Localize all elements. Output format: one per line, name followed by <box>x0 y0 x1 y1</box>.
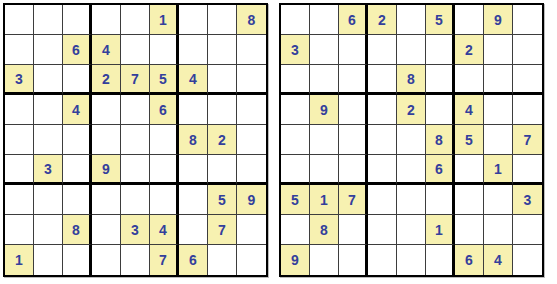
cell-r8c7[interactable] <box>455 215 484 245</box>
cell-r5c2[interactable] <box>34 125 63 155</box>
cell-r2c8[interactable] <box>208 35 237 65</box>
cell-r4c5[interactable] <box>121 95 150 125</box>
cell-r7c2[interactable] <box>34 185 63 215</box>
sudoku-board-left: 186432754468239598347176 <box>3 3 268 277</box>
given-digit-r8c6: 4 <box>150 215 179 245</box>
cell-r3c3[interactable] <box>63 65 92 95</box>
cell-r5c5[interactable] <box>121 125 150 155</box>
cell-r7c1[interactable] <box>5 185 34 215</box>
cell-r1c7[interactable] <box>179 5 208 35</box>
cell-r3c9[interactable] <box>237 65 266 95</box>
cell-r5c6[interactable] <box>150 125 179 155</box>
cell-r5c4[interactable] <box>92 125 121 155</box>
cell-r6c3[interactable] <box>339 155 368 185</box>
given-digit-r4c7: 4 <box>455 95 484 125</box>
given-digit-r2c1: 3 <box>281 35 310 65</box>
cell-r3c6[interactable] <box>426 65 455 95</box>
given-digit-r6c4: 9 <box>92 155 121 185</box>
cell-r4c4[interactable] <box>92 95 121 125</box>
cell-r3c7[interactable] <box>455 65 484 95</box>
given-digit-r5c7: 8 <box>179 125 208 155</box>
cell-r5c5[interactable] <box>397 125 426 155</box>
cell-r5c1[interactable] <box>281 125 310 155</box>
cell-r9c9[interactable] <box>513 245 542 275</box>
cell-r3c8[interactable] <box>208 65 237 95</box>
given-digit-r5c6: 8 <box>426 125 455 155</box>
cell-r9c6[interactable] <box>426 245 455 275</box>
cell-r7c4[interactable] <box>92 185 121 215</box>
given-digit-r6c8: 1 <box>484 155 513 185</box>
given-digit-r4c6: 6 <box>150 95 179 125</box>
cell-r8c3[interactable] <box>339 215 368 245</box>
cell-r4c8[interactable] <box>208 95 237 125</box>
given-digit-r3c4: 2 <box>92 65 121 95</box>
cell-r6c9[interactable] <box>237 155 266 185</box>
cell-r2c2[interactable] <box>34 35 63 65</box>
given-digit-r1c6: 1 <box>150 5 179 35</box>
given-digit-r8c3: 8 <box>63 215 92 245</box>
cell-r2c3[interactable] <box>339 35 368 65</box>
given-digit-r7c2: 1 <box>310 185 339 215</box>
given-digit-r8c6: 1 <box>426 215 455 245</box>
given-digit-r8c2: 8 <box>310 215 339 245</box>
cell-r1c9[interactable] <box>513 5 542 35</box>
cell-r6c7[interactable] <box>455 155 484 185</box>
cell-r2c5[interactable] <box>121 35 150 65</box>
cell-r3c2[interactable] <box>34 65 63 95</box>
cell-r9c4[interactable] <box>92 245 121 275</box>
given-digit-r9c6: 7 <box>150 245 179 275</box>
cell-r6c5[interactable] <box>397 155 426 185</box>
cell-r5c1[interactable] <box>5 125 34 155</box>
given-digit-r6c2: 3 <box>34 155 63 185</box>
cell-r9c2[interactable] <box>34 245 63 275</box>
cell-r2c9[interactable] <box>513 35 542 65</box>
given-digit-r9c7: 6 <box>455 245 484 275</box>
given-digit-r1c8: 9 <box>484 5 513 35</box>
cell-r4c2[interactable] <box>34 95 63 125</box>
cell-r4c8[interactable] <box>484 95 513 125</box>
cell-r8c1[interactable] <box>281 215 310 245</box>
cell-r6c2[interactable] <box>310 155 339 185</box>
cell-r8c9[interactable] <box>237 215 266 245</box>
given-digit-r7c9: 3 <box>513 185 542 215</box>
cell-r9c5[interactable] <box>121 245 150 275</box>
cell-r7c7[interactable] <box>179 185 208 215</box>
cell-r2c2[interactable] <box>310 35 339 65</box>
given-digit-r2c3: 6 <box>63 35 92 65</box>
cell-r2c6[interactable] <box>150 35 179 65</box>
given-digit-r4c2: 9 <box>310 95 339 125</box>
cell-r8c8[interactable] <box>484 215 513 245</box>
cell-r4c7[interactable] <box>179 95 208 125</box>
cell-r2c5[interactable] <box>397 35 426 65</box>
given-digit-r1c9: 8 <box>237 5 266 35</box>
cell-r4c3[interactable] <box>339 95 368 125</box>
given-digit-r9c1: 9 <box>281 245 310 275</box>
given-digit-r4c3: 4 <box>63 95 92 125</box>
cell-r7c5[interactable] <box>397 185 426 215</box>
cell-r7c5[interactable] <box>121 185 150 215</box>
cell-r8c5[interactable] <box>397 215 426 245</box>
cell-r9c2[interactable] <box>310 245 339 275</box>
sudoku-page: 186432754468239598347176 625932892485761… <box>0 0 557 284</box>
given-digit-r5c7: 5 <box>455 125 484 155</box>
cell-r6c5[interactable] <box>121 155 150 185</box>
cell-r2c6[interactable] <box>426 35 455 65</box>
cell-r1c5[interactable] <box>121 5 150 35</box>
cell-r7c4[interactable] <box>368 185 397 215</box>
cell-r4c6[interactable] <box>426 95 455 125</box>
cell-r6c6[interactable] <box>150 155 179 185</box>
cell-r5c2[interactable] <box>310 125 339 155</box>
cell-r6c9[interactable] <box>513 155 542 185</box>
cell-r6c1[interactable] <box>5 155 34 185</box>
cell-r3c3[interactable] <box>339 65 368 95</box>
given-digit-r7c9: 9 <box>237 185 266 215</box>
given-digit-r9c7: 6 <box>179 245 208 275</box>
cell-r6c3[interactable] <box>63 155 92 185</box>
sudoku-board-right: 625932892485761517381964 <box>279 3 544 277</box>
given-digit-r3c7: 4 <box>179 65 208 95</box>
cell-r4c9[interactable] <box>237 95 266 125</box>
given-digit-r1c4: 2 <box>368 5 397 35</box>
given-digit-r9c8: 4 <box>484 245 513 275</box>
cell-r9c5[interactable] <box>397 245 426 275</box>
cell-r1c8[interactable] <box>208 5 237 35</box>
given-digit-r3c1: 3 <box>5 65 34 95</box>
given-digit-r8c8: 7 <box>208 215 237 245</box>
cell-r1c1[interactable] <box>281 5 310 35</box>
cell-r9c3[interactable] <box>339 245 368 275</box>
cell-r2c1[interactable] <box>5 35 34 65</box>
cell-r1c3[interactable] <box>63 5 92 35</box>
cell-r8c4[interactable] <box>368 215 397 245</box>
cell-r1c2[interactable] <box>34 5 63 35</box>
cell-r8c7[interactable] <box>179 215 208 245</box>
cell-r3c4[interactable] <box>368 65 397 95</box>
cell-r2c7[interactable] <box>179 35 208 65</box>
cell-r3c2[interactable] <box>310 65 339 95</box>
cell-r7c7[interactable] <box>455 185 484 215</box>
cell-r6c7[interactable] <box>179 155 208 185</box>
cell-r1c1[interactable] <box>5 5 34 35</box>
cell-r8c1[interactable] <box>5 215 34 245</box>
given-digit-r4c5: 2 <box>397 95 426 125</box>
given-digit-r1c3: 6 <box>339 5 368 35</box>
cell-r4c1[interactable] <box>281 95 310 125</box>
cell-r5c3[interactable] <box>339 125 368 155</box>
given-digit-r9c1: 1 <box>5 245 34 275</box>
given-digit-r1c6: 5 <box>426 5 455 35</box>
cell-r3c8[interactable] <box>484 65 513 95</box>
cell-r7c8[interactable] <box>484 185 513 215</box>
given-digit-r7c8: 5 <box>208 185 237 215</box>
given-digit-r3c6: 5 <box>150 65 179 95</box>
cell-r1c5[interactable] <box>397 5 426 35</box>
cell-r2c4[interactable] <box>368 35 397 65</box>
cell-r4c4[interactable] <box>368 95 397 125</box>
cell-r8c4[interactable] <box>92 215 121 245</box>
given-digit-r7c1: 5 <box>281 185 310 215</box>
given-digit-r3c5: 7 <box>121 65 150 95</box>
cell-r9c4[interactable] <box>368 245 397 275</box>
cell-r9c9[interactable] <box>237 245 266 275</box>
cell-r6c4[interactable] <box>368 155 397 185</box>
given-digit-r5c8: 2 <box>208 125 237 155</box>
cell-r4c9[interactable] <box>513 95 542 125</box>
given-digit-r8c5: 3 <box>121 215 150 245</box>
cell-r1c4[interactable] <box>92 5 121 35</box>
given-digit-r3c5: 8 <box>397 65 426 95</box>
cell-r2c9[interactable] <box>237 35 266 65</box>
cell-r7c6[interactable] <box>150 185 179 215</box>
cell-r5c4[interactable] <box>368 125 397 155</box>
cell-r5c3[interactable] <box>63 125 92 155</box>
cell-r9c3[interactable] <box>63 245 92 275</box>
cell-r6c1[interactable] <box>281 155 310 185</box>
cell-r4c1[interactable] <box>5 95 34 125</box>
given-digit-r2c4: 4 <box>92 35 121 65</box>
given-digit-r6c6: 6 <box>426 155 455 185</box>
cell-r5c9[interactable] <box>237 125 266 155</box>
cell-r6c8[interactable] <box>208 155 237 185</box>
cell-r7c3[interactable] <box>63 185 92 215</box>
cell-r9c8[interactable] <box>208 245 237 275</box>
cell-r1c7[interactable] <box>455 5 484 35</box>
cell-r7c6[interactable] <box>426 185 455 215</box>
cell-r2c8[interactable] <box>484 35 513 65</box>
given-digit-r7c3: 7 <box>339 185 368 215</box>
cell-r8c9[interactable] <box>513 215 542 245</box>
cell-r5c8[interactable] <box>484 125 513 155</box>
cell-r3c1[interactable] <box>281 65 310 95</box>
given-digit-r5c9: 7 <box>513 125 542 155</box>
cell-r3c9[interactable] <box>513 65 542 95</box>
given-digit-r2c7: 2 <box>455 35 484 65</box>
cell-r8c2[interactable] <box>34 215 63 245</box>
cell-r1c2[interactable] <box>310 5 339 35</box>
